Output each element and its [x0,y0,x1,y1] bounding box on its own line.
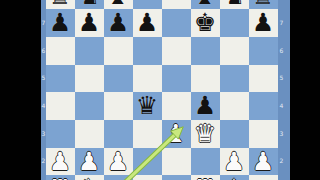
square-f7[interactable]: ♚ [191,9,220,37]
square-d4[interactable]: ♛ [133,92,162,120]
square-a5[interactable] [46,65,75,93]
square-d2[interactable] [133,148,162,176]
square-b4[interactable] [75,92,104,120]
piece-white-queen-f3[interactable]: ♛ [194,120,216,148]
rank-label-left-3: 3 [41,131,47,137]
chess-board-frame: ♜♞♝♝♞♜♟♟♟♟♚♟♛♟♝♛♟♟♟♟♟♜♞♜♚ 776655443322 [41,0,290,180]
square-f4[interactable]: ♟ [191,92,220,120]
square-e4[interactable] [162,92,191,120]
square-c1[interactable] [104,175,133,180]
square-c6[interactable] [104,37,133,65]
square-f2[interactable] [191,148,220,176]
piece-black-pawn-f4[interactable]: ♟ [194,92,216,120]
piece-black-pawn-h7[interactable]: ♟ [252,9,274,37]
square-g5[interactable] [220,65,249,93]
square-h4[interactable] [249,92,278,120]
piece-white-pawn-a2[interactable]: ♟ [49,148,71,176]
square-h5[interactable] [249,65,278,93]
square-g2[interactable]: ♟ [220,148,249,176]
square-g6[interactable] [220,37,249,65]
square-b6[interactable] [75,37,104,65]
rank-label-left-5: 5 [41,75,47,81]
square-g7[interactable] [220,9,249,37]
square-a3[interactable] [46,120,75,148]
square-d1[interactable] [133,175,162,180]
square-b2[interactable]: ♟ [75,148,104,176]
square-h2[interactable]: ♟ [249,148,278,176]
square-c7[interactable]: ♟ [104,9,133,37]
square-b1[interactable]: ♞ [75,175,104,180]
rank-label-right-7: 7 [279,20,285,26]
square-c4[interactable] [104,92,133,120]
rank-label-left-4: 4 [41,103,47,109]
square-a7[interactable]: ♟ [46,9,75,37]
rank-label-right-2: 2 [279,158,285,164]
square-e2[interactable] [162,148,191,176]
square-a2[interactable]: ♟ [46,148,75,176]
piece-white-rook-f1[interactable]: ♜ [194,175,216,180]
square-e6[interactable] [162,37,191,65]
square-g4[interactable] [220,92,249,120]
square-a4[interactable] [46,92,75,120]
rank-label-left-7: 7 [41,20,47,26]
piece-white-bishop-e3[interactable]: ♝ [165,120,187,148]
square-e1[interactable] [162,175,191,180]
square-f6[interactable] [191,37,220,65]
piece-black-pawn-b7[interactable]: ♟ [78,9,100,37]
piece-black-king-f7[interactable]: ♚ [194,9,216,37]
square-h7[interactable]: ♟ [249,9,278,37]
piece-white-pawn-g2[interactable]: ♟ [223,148,245,176]
piece-black-pawn-a7[interactable]: ♟ [49,9,71,37]
square-d5[interactable] [133,65,162,93]
square-g3[interactable] [220,120,249,148]
piece-white-pawn-b2[interactable]: ♟ [78,148,100,176]
square-a1[interactable]: ♜ [46,175,75,180]
chess-board: ♜♞♝♝♞♜♟♟♟♟♚♟♛♟♝♛♟♟♟♟♟♜♞♜♚ [46,0,278,180]
rank-label-right-6: 6 [279,48,285,54]
square-b7[interactable]: ♟ [75,9,104,37]
square-d6[interactable] [133,37,162,65]
piece-black-knight-g8[interactable]: ♞ [223,0,245,9]
square-f1[interactable]: ♜ [191,175,220,180]
square-h1[interactable] [249,175,278,180]
video-frame: { "game": "chess", "position": { "fen": … [0,0,320,180]
square-b3[interactable] [75,120,104,148]
square-e5[interactable] [162,65,191,93]
square-e7[interactable] [162,9,191,37]
piece-white-pawn-h2[interactable]: ♟ [252,148,274,176]
piece-black-pawn-d7[interactable]: ♟ [136,9,158,37]
square-f3[interactable]: ♛ [191,120,220,148]
square-g8[interactable]: ♞ [220,0,249,9]
piece-black-queen-d4[interactable]: ♛ [136,92,158,120]
square-h3[interactable] [249,120,278,148]
rank-label-right-3: 3 [279,131,285,137]
square-c5[interactable] [104,65,133,93]
piece-white-knight-b1[interactable]: ♞ [78,175,100,180]
square-c2[interactable]: ♟ [104,148,133,176]
square-e8[interactable] [162,0,191,9]
piece-white-pawn-c2[interactable]: ♟ [107,148,129,176]
square-c3[interactable] [104,120,133,148]
square-f5[interactable] [191,65,220,93]
square-d7[interactable]: ♟ [133,9,162,37]
square-e3[interactable]: ♝ [162,120,191,148]
square-h6[interactable] [249,37,278,65]
square-g1[interactable]: ♚ [220,175,249,180]
piece-black-pawn-c7[interactable]: ♟ [107,9,129,37]
piece-white-rook-a1[interactable]: ♜ [49,175,71,180]
piece-white-king-g1[interactable]: ♚ [223,175,245,180]
rank-label-right-4: 4 [279,103,285,109]
rank-label-right-5: 5 [279,75,285,81]
square-b5[interactable] [75,65,104,93]
square-d3[interactable] [133,120,162,148]
square-a6[interactable] [46,37,75,65]
rank-label-left-6: 6 [41,48,47,54]
rank-label-left-2: 2 [41,158,47,164]
